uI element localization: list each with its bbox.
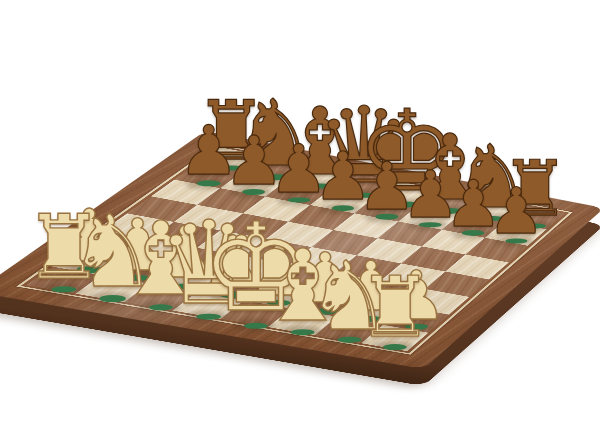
green-felt-base	[383, 344, 407, 350]
white-rook-glyph: ♜	[358, 269, 433, 348]
pieces-layer: ♜♞♝♛♚♝♞♜♟♟♟♟♟♟♟♟♟♟♟♟♟♟♟♟♜♞♝♛♚♝♞♜	[0, 0, 600, 440]
piece-black-pawn-h7[interactable]: ♟	[487, 181, 544, 242]
chess-set-product-photo: ♜♞♝♛♚♝♞♜♟♟♟♟♟♟♟♟♟♟♟♟♟♟♟♟♜♞♝♛♚♝♞♜	[0, 0, 600, 440]
green-felt-base	[462, 230, 484, 236]
black-pawn-glyph: ♟	[487, 181, 544, 242]
green-felt-base	[375, 214, 398, 220]
green-felt-base	[505, 238, 527, 244]
green-felt-base	[197, 180, 221, 186]
piece-white-rook-h1[interactable]: ♜	[358, 269, 433, 348]
green-felt-base	[331, 206, 354, 212]
green-felt-base	[419, 222, 442, 228]
green-felt-base	[242, 189, 265, 195]
